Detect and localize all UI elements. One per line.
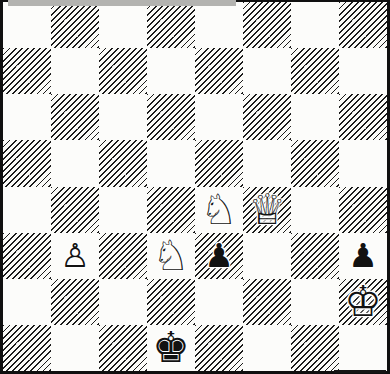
square-b4[interactable]: [51, 187, 99, 233]
square-e8[interactable]: [195, 2, 243, 48]
white-knight-piece[interactable]: ♘: [195, 187, 243, 233]
square-b6[interactable]: [51, 94, 99, 140]
square-h3[interactable]: ♟: [339, 233, 387, 279]
square-b1[interactable]: [51, 325, 99, 371]
square-f3[interactable]: [243, 233, 291, 279]
square-b5[interactable]: [51, 140, 99, 186]
square-e2[interactable]: [195, 279, 243, 325]
square-a4[interactable]: [3, 187, 51, 233]
square-h6[interactable]: [339, 94, 387, 140]
square-e3[interactable]: ♟: [195, 233, 243, 279]
square-c5[interactable]: [99, 140, 147, 186]
square-a6[interactable]: [3, 94, 51, 140]
square-g6[interactable]: [291, 94, 339, 140]
square-b2[interactable]: [51, 279, 99, 325]
square-g3[interactable]: [291, 233, 339, 279]
black-pawn-piece[interactable]: ♟: [339, 233, 387, 279]
square-c6[interactable]: [99, 94, 147, 140]
square-d1[interactable]: ♚: [147, 325, 195, 371]
square-d3[interactable]: ♘: [147, 233, 195, 279]
square-g5[interactable]: [291, 140, 339, 186]
square-d2[interactable]: [147, 279, 195, 325]
square-e6[interactable]: [195, 94, 243, 140]
square-h5[interactable]: [339, 140, 387, 186]
square-a8[interactable]: [3, 2, 51, 48]
white-queen-piece[interactable]: ♕: [243, 187, 291, 233]
square-c8[interactable]: [99, 2, 147, 48]
square-a5[interactable]: [3, 140, 51, 186]
square-f6[interactable]: [243, 94, 291, 140]
print-artifact-strip: [8, 0, 236, 6]
square-b7[interactable]: [51, 48, 99, 94]
square-g7[interactable]: [291, 48, 339, 94]
white-pawn-piece[interactable]: ♙: [51, 233, 99, 279]
square-e7[interactable]: [195, 48, 243, 94]
square-g1[interactable]: [291, 325, 339, 371]
black-king-piece[interactable]: ♚: [147, 325, 195, 371]
square-e5[interactable]: [195, 140, 243, 186]
square-h8[interactable]: [339, 2, 387, 48]
square-d5[interactable]: [147, 140, 195, 186]
square-d4[interactable]: [147, 187, 195, 233]
square-h2[interactable]: ♔: [339, 279, 387, 325]
square-e1[interactable]: [195, 325, 243, 371]
square-c2[interactable]: [99, 279, 147, 325]
square-f7[interactable]: [243, 48, 291, 94]
square-h4[interactable]: [339, 187, 387, 233]
square-f8[interactable]: [243, 2, 291, 48]
chess-diagram-page: ♘♕♙♘♟♟♔♚: [0, 0, 390, 374]
white-knight-piece[interactable]: ♘: [147, 233, 195, 279]
square-d6[interactable]: [147, 94, 195, 140]
chess-board: ♘♕♙♘♟♟♔♚: [0, 0, 390, 374]
square-d8[interactable]: [147, 2, 195, 48]
square-e4[interactable]: ♘: [195, 187, 243, 233]
square-f4[interactable]: ♕: [243, 187, 291, 233]
square-h7[interactable]: [339, 48, 387, 94]
square-b8[interactable]: [51, 2, 99, 48]
square-f1[interactable]: [243, 325, 291, 371]
square-g2[interactable]: [291, 279, 339, 325]
square-d7[interactable]: [147, 48, 195, 94]
square-g4[interactable]: [291, 187, 339, 233]
square-c1[interactable]: [99, 325, 147, 371]
square-a7[interactable]: [3, 48, 51, 94]
square-b3[interactable]: ♙: [51, 233, 99, 279]
square-c3[interactable]: [99, 233, 147, 279]
white-king-piece[interactable]: ♔: [339, 279, 387, 325]
square-g8[interactable]: [291, 2, 339, 48]
square-a2[interactable]: [3, 279, 51, 325]
square-c7[interactable]: [99, 48, 147, 94]
print-artifact-dash: [334, 370, 386, 373]
square-f2[interactable]: [243, 279, 291, 325]
square-a3[interactable]: [3, 233, 51, 279]
square-f5[interactable]: [243, 140, 291, 186]
square-c4[interactable]: [99, 187, 147, 233]
square-h1[interactable]: [339, 325, 387, 371]
square-a1[interactable]: [3, 325, 51, 371]
black-pawn-piece[interactable]: ♟: [195, 233, 243, 279]
